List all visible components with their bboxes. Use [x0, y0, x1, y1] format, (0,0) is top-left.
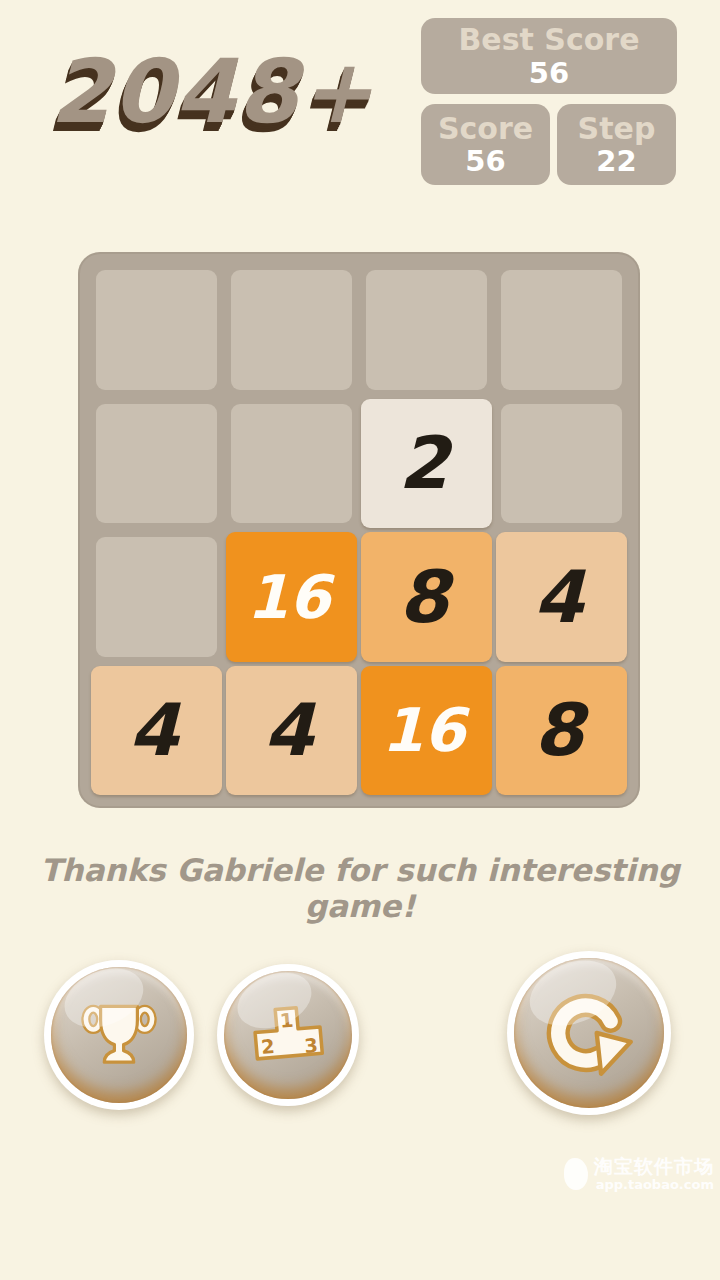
watermark-line1: 淘宝软件市场: [594, 1156, 714, 1178]
score-value: 56: [421, 146, 550, 176]
tile-16-r4c3: 16: [361, 666, 492, 796]
achievements-button-face: [51, 967, 187, 1103]
cell-r3c1: [96, 537, 217, 657]
best-score-label: Best Score: [421, 24, 677, 56]
cell-r1c1: [96, 270, 217, 390]
leaderboard-button-face: 1 2 3: [224, 971, 352, 1099]
cell-r4c1: 4: [96, 671, 217, 791]
board-grid[interactable]: 2168444168: [78, 252, 640, 808]
tile-8-r4c4: 8: [496, 666, 627, 796]
tile-16-r3c2: 16: [226, 532, 357, 662]
step-panel: Step 22: [557, 104, 676, 185]
restart-button[interactable]: [507, 951, 671, 1115]
cell-r4c4: 8: [501, 671, 622, 791]
tile-4-r3c4: 4: [496, 532, 627, 662]
cell-r3c2: 16: [231, 537, 352, 657]
replay-arrow-icon: [534, 978, 644, 1088]
score-panel: Score 56: [421, 104, 550, 185]
trophy-icon: [73, 989, 165, 1081]
tile-2-r2c3: 2: [361, 399, 492, 529]
cell-r2c1: [96, 404, 217, 524]
cell-r2c2: [231, 404, 352, 524]
game-title: 2048+: [50, 40, 374, 143]
cell-r1c2: [231, 270, 352, 390]
watermark-line2: app.taobao.com: [594, 1178, 714, 1193]
watermark: 淘宝软件市场 app.taobao.com: [564, 1156, 714, 1193]
podium-number-1: 1: [279, 1009, 294, 1033]
game-screen: 2048+ Best Score 56 Score 56 Step 22 216…: [0, 0, 720, 1280]
cell-r1c3: [366, 270, 487, 390]
tile-4-r4c2: 4: [226, 666, 357, 796]
cell-r4c3: 16: [366, 671, 487, 791]
score-label: Score: [421, 113, 550, 145]
tile-4-r4c1: 4: [91, 666, 222, 796]
podium-number-3: 3: [303, 1034, 318, 1058]
achievements-button[interactable]: [44, 960, 194, 1110]
cell-r3c3: 8: [366, 537, 487, 657]
cell-r1c4: [501, 270, 622, 390]
podium-number-2: 2: [260, 1035, 275, 1059]
cell-r3c4: 4: [501, 537, 622, 657]
best-score-panel: Best Score 56: [421, 18, 677, 94]
cell-r4c2: 4: [231, 671, 352, 791]
taobao-logo-icon: [564, 1158, 588, 1190]
thanks-message: Thanks Gabriele for such interesting gam…: [0, 852, 720, 924]
cell-r2c3: 2: [366, 404, 487, 524]
tile-8-r3c3: 8: [361, 532, 492, 662]
restart-button-face: [514, 958, 664, 1108]
podium-icon: 1 2 3: [244, 991, 332, 1079]
step-label: Step: [557, 113, 676, 145]
step-value: 22: [557, 146, 676, 176]
best-score-value: 56: [421, 58, 677, 88]
cell-r2c4: [501, 404, 622, 524]
leaderboard-button[interactable]: 1 2 3: [217, 964, 359, 1106]
